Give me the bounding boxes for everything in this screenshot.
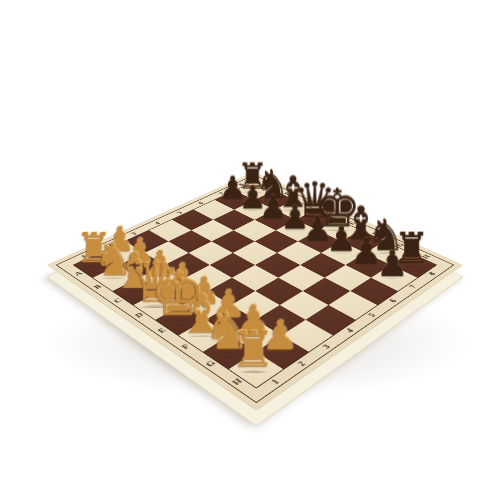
scene: ABCDEFGH ABCDEFGH 87654321 87654321 ♜♞♝♛…	[0, 0, 500, 500]
product-photo: ABCDEFGH ABCDEFGH 87654321 87654321 ♜♞♝♛…	[0, 0, 500, 500]
chess-board: ABCDEFGH ABCDEFGH 87654321 87654321 ♜♞♝♛…	[49, 172, 462, 409]
white-rook-glyph: ♜	[231, 325, 275, 374]
black-pawn-glyph: ♟	[376, 246, 408, 282]
board-face: ABCDEFGH ABCDEFGH 87654321 87654321 ♜♞♝♛…	[49, 172, 462, 409]
pieces-layer: ♜♞♝♛♚♝♞♜♟♟♟♟♟♟♟♟♟♟♟♟♟♟♟♟♜♞♝♛♚♝♞♜	[74, 182, 436, 388]
